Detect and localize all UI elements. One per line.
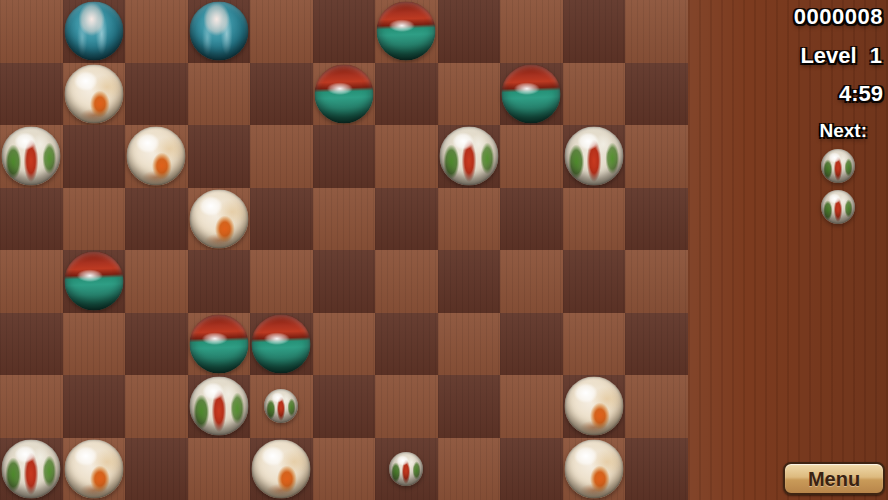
cell-7-1[interactable]: [438, 63, 501, 126]
cell-9-7[interactable]: [563, 438, 626, 500]
menu-button[interactable]: Menu: [783, 462, 885, 495]
cell-8-4[interactable]: [500, 250, 563, 313]
cell-1-4[interactable]: [63, 250, 126, 313]
marble-redgreen-small[interactable]: [264, 389, 298, 423]
cell-4-0[interactable]: [250, 0, 313, 63]
marble-redteal[interactable]: [252, 314, 311, 373]
cell-9-5[interactable]: [563, 313, 626, 376]
cell-10-7[interactable]: [625, 438, 688, 500]
next-label: Next:: [819, 120, 867, 142]
cell-0-1[interactable]: [0, 63, 63, 126]
cell-1-1[interactable]: [63, 63, 126, 126]
cell-1-6[interactable]: [63, 375, 126, 438]
cell-3-2[interactable]: [188, 125, 251, 188]
cell-2-0[interactable]: [125, 0, 188, 63]
cell-2-7[interactable]: [125, 438, 188, 500]
cell-7-4[interactable]: [438, 250, 501, 313]
marble-redgreen[interactable]: [439, 127, 498, 186]
cell-1-5[interactable]: [63, 313, 126, 376]
cell-8-6[interactable]: [500, 375, 563, 438]
cell-7-3[interactable]: [438, 188, 501, 251]
cell-10-4[interactable]: [625, 250, 688, 313]
cell-8-2[interactable]: [500, 125, 563, 188]
cell-5-4[interactable]: [313, 250, 376, 313]
cell-8-0[interactable]: [500, 0, 563, 63]
marble-redgreen[interactable]: [2, 439, 61, 498]
marble-whiteorange[interactable]: [564, 377, 623, 436]
cell-0-2[interactable]: [0, 125, 63, 188]
cell-1-0[interactable]: [63, 0, 126, 63]
cell-0-7[interactable]: [0, 438, 63, 500]
cell-10-2[interactable]: [625, 125, 688, 188]
cell-4-5[interactable]: [250, 313, 313, 376]
timer-display: 4:59: [839, 81, 883, 107]
cell-6-1[interactable]: [375, 63, 438, 126]
cell-5-0[interactable]: [313, 0, 376, 63]
marble-redteal[interactable]: [189, 314, 248, 373]
marble-teal[interactable]: [64, 2, 123, 61]
cell-1-2[interactable]: [63, 125, 126, 188]
marble-whiteorange[interactable]: [564, 439, 623, 498]
cell-8-7[interactable]: [500, 438, 563, 500]
side-panel: 0000008 Level 1 4:59 Next: Menu: [688, 0, 888, 500]
next-marbles: [821, 149, 855, 224]
cell-7-6[interactable]: [438, 375, 501, 438]
cell-3-7[interactable]: [188, 438, 251, 500]
cell-1-3[interactable]: [63, 188, 126, 251]
cell-5-1[interactable]: [313, 63, 376, 126]
cell-3-0[interactable]: [188, 0, 251, 63]
marble-teal[interactable]: [189, 2, 248, 61]
cell-2-4[interactable]: [125, 250, 188, 313]
marble-whiteorange[interactable]: [64, 439, 123, 498]
cell-3-1[interactable]: [188, 63, 251, 126]
cell-6-6[interactable]: [375, 375, 438, 438]
marble-redgreen-small[interactable]: [389, 452, 423, 486]
level-display: Level 1: [800, 43, 882, 69]
cell-4-1[interactable]: [250, 63, 313, 126]
cell-0-6[interactable]: [0, 375, 63, 438]
cell-7-5[interactable]: [438, 313, 501, 376]
cell-5-3[interactable]: [313, 188, 376, 251]
cell-8-5[interactable]: [500, 313, 563, 376]
cell-10-5[interactable]: [625, 313, 688, 376]
marble-redgreen[interactable]: [2, 127, 61, 186]
cell-5-5[interactable]: [313, 313, 376, 376]
cell-4-2[interactable]: [250, 125, 313, 188]
cell-4-4[interactable]: [250, 250, 313, 313]
cell-2-3[interactable]: [125, 188, 188, 251]
cell-5-6[interactable]: [313, 375, 376, 438]
marble-redteal[interactable]: [314, 64, 373, 123]
cell-0-0[interactable]: [0, 0, 63, 63]
cell-9-1[interactable]: [563, 63, 626, 126]
cell-7-7[interactable]: [438, 438, 501, 500]
marble-whiteorange[interactable]: [189, 189, 248, 248]
marble-redgreen[interactable]: [189, 377, 248, 436]
marble-whiteorange[interactable]: [64, 64, 123, 123]
cell-3-3[interactable]: [188, 188, 251, 251]
cell-10-0[interactable]: [625, 0, 688, 63]
cell-7-0[interactable]: [438, 0, 501, 63]
cell-10-6[interactable]: [625, 375, 688, 438]
cell-8-3[interactable]: [500, 188, 563, 251]
cell-6-0[interactable]: [375, 0, 438, 63]
cell-6-3[interactable]: [375, 188, 438, 251]
cell-4-6[interactable]: [250, 375, 313, 438]
cell-9-3[interactable]: [563, 188, 626, 251]
cell-3-6[interactable]: [188, 375, 251, 438]
hud: 0000008 Level 1 4:59 Next:: [688, 0, 888, 224]
cell-10-1[interactable]: [625, 63, 688, 126]
cell-0-4[interactable]: [0, 250, 63, 313]
cell-9-4[interactable]: [563, 250, 626, 313]
next-marble-redgreen: [821, 190, 855, 224]
cell-0-5[interactable]: [0, 313, 63, 376]
score-display: 0000008: [794, 4, 883, 30]
cell-1-7[interactable]: [63, 438, 126, 500]
cell-10-3[interactable]: [625, 188, 688, 251]
cell-6-5[interactable]: [375, 313, 438, 376]
game-screen: 0000008 Level 1 4:59 Next: Menu: [0, 0, 888, 500]
cell-5-7[interactable]: [313, 438, 376, 500]
cell-5-2[interactable]: [313, 125, 376, 188]
cell-6-7[interactable]: [375, 438, 438, 500]
cell-8-1[interactable]: [500, 63, 563, 126]
cell-4-3[interactable]: [250, 188, 313, 251]
cell-2-1[interactable]: [125, 63, 188, 126]
marble-redteal[interactable]: [64, 252, 123, 311]
cell-2-5[interactable]: [125, 313, 188, 376]
cell-2-6[interactable]: [125, 375, 188, 438]
cell-6-2[interactable]: [375, 125, 438, 188]
board: [0, 0, 688, 500]
cell-3-5[interactable]: [188, 313, 251, 376]
cell-7-2[interactable]: [438, 125, 501, 188]
marble-redgreen[interactable]: [564, 127, 623, 186]
marble-whiteorange[interactable]: [127, 127, 186, 186]
marble-whiteorange[interactable]: [252, 439, 311, 498]
cell-4-7[interactable]: [250, 438, 313, 500]
cell-0-3[interactable]: [0, 188, 63, 251]
cell-9-6[interactable]: [563, 375, 626, 438]
marble-redteal[interactable]: [377, 2, 436, 61]
next-marble-redgreen: [821, 149, 855, 183]
cell-9-2[interactable]: [563, 125, 626, 188]
marble-redteal[interactable]: [502, 64, 561, 123]
cell-3-4[interactable]: [188, 250, 251, 313]
cell-6-4[interactable]: [375, 250, 438, 313]
cell-2-2[interactable]: [125, 125, 188, 188]
cell-9-0[interactable]: [563, 0, 626, 63]
